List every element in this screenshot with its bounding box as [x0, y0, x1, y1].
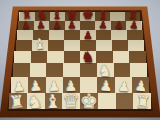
- square-c4[interactable]: [47, 51, 63, 64]
- square-a6[interactable]: [17, 30, 33, 40]
- square-g3[interactable]: [114, 63, 131, 77]
- square-h6[interactable]: [127, 30, 143, 40]
- piece-white-bishop-b5[interactable]: ♝: [33, 37, 46, 52]
- piece-black-pawn-f7[interactable]: ♟: [99, 20, 108, 30]
- chess-scene: ♜♞♝♛♚♝♜♟♟♟♟♟♟♟♟♝♞♞♟♟♟♟♟♟♟♜♞♝♛♚♜: [0, 0, 160, 120]
- piece-black-pawn-e6[interactable]: ♟: [83, 30, 93, 41]
- square-f6[interactable]: [96, 30, 112, 40]
- square-c6[interactable]: [49, 30, 65, 40]
- piece-black-pawn-d7[interactable]: ♟: [68, 20, 77, 30]
- square-g6[interactable]: [111, 30, 127, 40]
- rank-row-4: [14, 51, 145, 64]
- square-a5[interactable]: [16, 40, 32, 51]
- square-d6[interactable]: [64, 30, 80, 40]
- rank-row-3: [13, 63, 147, 77]
- square-d3[interactable]: [63, 63, 80, 77]
- piece-white-bishop-c1[interactable]: ♝: [44, 92, 61, 111]
- square-g5[interactable]: [112, 40, 128, 51]
- square-h3[interactable]: [130, 63, 147, 77]
- square-b3[interactable]: [30, 63, 47, 77]
- piece-black-pawn-b7[interactable]: ♟: [36, 20, 46, 31]
- square-b4[interactable]: [31, 51, 47, 64]
- piece-black-pawn-a7[interactable]: ♟: [21, 20, 31, 31]
- piece-white-pawn-f2[interactable]: ♟: [100, 80, 113, 94]
- square-g1[interactable]: [116, 93, 134, 110]
- square-h4[interactable]: [129, 51, 145, 64]
- square-a4[interactable]: [14, 51, 30, 64]
- piece-white-rook-a1[interactable]: ♜: [9, 93, 26, 112]
- piece-white-knight-b1[interactable]: ♞: [26, 92, 44, 111]
- piece-white-queen-d1[interactable]: ♛: [62, 91, 80, 111]
- square-f1[interactable]: [98, 93, 116, 110]
- square-d4[interactable]: [64, 51, 80, 64]
- piece-black-pawn-g7[interactable]: ♟: [114, 20, 124, 31]
- square-c3[interactable]: [46, 63, 63, 77]
- square-h5[interactable]: [128, 40, 144, 51]
- piece-black-pawn-h7[interactable]: ♟: [129, 20, 139, 31]
- piece-black-king-e8[interactable]: ♚: [82, 9, 94, 22]
- piece-white-king-e1[interactable]: ♚: [80, 91, 98, 111]
- square-c5[interactable]: [48, 40, 64, 51]
- piece-black-knight-e4[interactable]: ♞: [82, 49, 95, 64]
- piece-white-rook-h1[interactable]: ♜: [134, 93, 151, 112]
- square-g4[interactable]: [113, 51, 129, 64]
- square-d5[interactable]: [64, 40, 80, 51]
- piece-black-pawn-c7[interactable]: ♟: [52, 20, 61, 30]
- piece-white-pawn-g2[interactable]: ♟: [117, 79, 130, 94]
- piece-white-knight-f3[interactable]: ♞: [98, 62, 113, 78]
- square-f5[interactable]: [96, 40, 112, 51]
- square-a3[interactable]: [13, 63, 30, 77]
